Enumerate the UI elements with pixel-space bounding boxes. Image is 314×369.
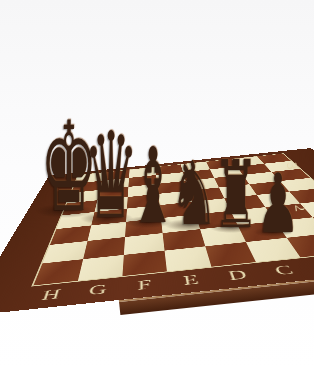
file-label-h: H [23, 281, 78, 310]
chess-set-photo: HGFEDCBA 3 2 ♚ ♛ ♝ ♞ ♜ ♟ [0, 0, 314, 369]
piece-black-pawn: ♟ [256, 163, 300, 245]
piece-black-rook: ♜ [213, 149, 259, 242]
file-label-g: G [72, 276, 122, 305]
piece-black-knight: ♞ [170, 150, 219, 238]
